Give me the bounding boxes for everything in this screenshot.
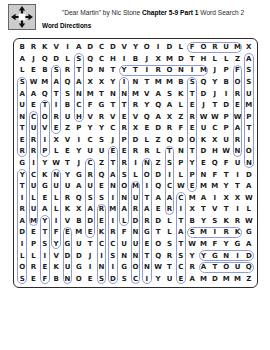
grid-cell: T	[209, 261, 220, 273]
grid-cell: T	[50, 88, 61, 100]
grid-cell: J	[209, 88, 220, 100]
grid-cell: A	[39, 203, 50, 215]
grid-cell: R	[28, 42, 39, 54]
grid-cell: X	[73, 203, 84, 215]
grid-cell: Y	[220, 180, 231, 192]
grid-cell: M	[84, 88, 95, 100]
grid-cell: W	[50, 157, 61, 169]
grid-cell: D	[164, 42, 175, 54]
grid-cell: L	[130, 169, 141, 181]
grid-cell: I	[118, 76, 129, 88]
grid-cell: V	[209, 203, 220, 215]
grid-cell: Q	[39, 88, 50, 100]
grid-cell: R	[152, 65, 163, 77]
grid-cell: V	[50, 42, 61, 54]
grid-cell: L	[50, 203, 61, 215]
grid-cell: G	[96, 99, 107, 111]
grid-cell: L	[164, 227, 175, 239]
grid-cell: A	[118, 203, 129, 215]
grid-cell: R	[232, 88, 243, 100]
grid-cell: X	[209, 134, 220, 146]
grid-cell: O	[130, 261, 141, 273]
grid-cell: B	[186, 215, 197, 227]
grid-cell: U	[17, 99, 28, 111]
grid-cell: E	[96, 180, 107, 192]
grid-cell: B	[50, 273, 61, 285]
grid-cell: R	[220, 227, 231, 239]
grid-cell: A	[198, 261, 209, 273]
grid-cell: I	[186, 65, 197, 77]
grid-cell: F	[39, 273, 50, 285]
grid-cell: A	[175, 227, 186, 239]
grid-cell: P	[243, 111, 254, 123]
grid-cell: Z	[96, 157, 107, 169]
grid-cell: R	[164, 203, 175, 215]
grid-cell: O	[243, 146, 254, 158]
grid-cell: F	[84, 99, 95, 111]
grid-cell: X	[50, 134, 61, 146]
grid-cell: R	[232, 134, 243, 146]
grid-cell: T	[39, 227, 50, 239]
grid-cell: U	[73, 238, 84, 250]
grid-cell: T	[96, 88, 107, 100]
grid-cell: I	[164, 169, 175, 181]
grid-cell: E	[186, 180, 197, 192]
grid-cell: N	[198, 169, 209, 181]
grid-cell: D	[50, 53, 61, 65]
grid-cell: O	[73, 273, 84, 285]
grid-cell: A	[243, 238, 254, 250]
grid-cell: Y	[141, 99, 152, 111]
grid-cell: D	[130, 215, 141, 227]
grid-cell: T	[107, 157, 118, 169]
grid-cell: X	[96, 76, 107, 88]
grid-cell: F	[209, 169, 220, 181]
grid-cell: R	[62, 65, 73, 77]
grid-cell: S	[118, 169, 129, 181]
grid-cell: S	[164, 157, 175, 169]
grid-cell: S	[73, 53, 84, 65]
grid-cell: J	[141, 53, 152, 65]
grid-cell: Q	[152, 180, 163, 192]
grid-cell: I	[39, 250, 50, 262]
grid-cell: Y	[84, 122, 95, 134]
grid-cell: R	[130, 99, 141, 111]
grid-cell: N	[17, 111, 28, 123]
grid-cell: Q	[152, 99, 163, 111]
grid-cell: L	[209, 53, 220, 65]
grid-cell: Y	[220, 238, 231, 250]
grid-cell: M	[198, 273, 209, 285]
grid-cell: E	[175, 273, 186, 285]
grid-cell: H	[198, 53, 209, 65]
grid-cell: W	[243, 192, 254, 204]
grid-cell: N	[130, 250, 141, 262]
grid-cell: L	[175, 99, 186, 111]
grid-cell: S	[186, 76, 197, 88]
grid-cell: D	[107, 273, 118, 285]
grid-cell: T	[209, 99, 220, 111]
grid-cell: L	[50, 146, 61, 158]
grid-cell: A	[107, 169, 118, 181]
grid-cell: C	[164, 180, 175, 192]
grid-cell: N	[118, 250, 129, 262]
grid-cell: R	[50, 111, 61, 123]
grid-cell: M	[107, 203, 118, 215]
grid-cell: S	[164, 88, 175, 100]
grid-cell: M	[220, 273, 231, 285]
grid-cell: C	[175, 261, 186, 273]
grid-cell: D	[175, 134, 186, 146]
grid-cell: T	[62, 157, 73, 169]
grid-cell: F	[232, 65, 243, 77]
grid-cell: A	[186, 273, 197, 285]
grid-cell: E	[50, 122, 61, 134]
grid-cell: L	[152, 146, 163, 158]
grid-cell: N	[175, 65, 186, 77]
grid-cell: R	[28, 146, 39, 158]
grid-cell: E	[84, 227, 95, 239]
grid-cell: D	[175, 53, 186, 65]
grid-cell: E	[96, 215, 107, 227]
grid-cell: P	[220, 111, 231, 123]
grid-cell: Z	[175, 111, 186, 123]
grid-cell: R	[164, 122, 175, 134]
grid-cell: M	[152, 76, 163, 88]
grid-cell: D	[84, 65, 95, 77]
grid-cell: A	[198, 192, 209, 204]
grid-cell: M	[198, 180, 209, 192]
grid-cell: K	[198, 134, 209, 146]
grid-cell: T	[175, 215, 186, 227]
grid-cell: P	[73, 122, 84, 134]
grid-cell: S	[17, 76, 28, 88]
grid-cell: U	[118, 238, 129, 250]
grid-cell: E	[232, 99, 243, 111]
grid-cell: M	[28, 215, 39, 227]
grid-cell: T	[141, 250, 152, 262]
grid-cell: E	[152, 203, 163, 215]
grid-cell: A	[73, 76, 84, 88]
grid-cell: Z	[243, 273, 254, 285]
grid-cell: S	[118, 273, 129, 285]
grid-cell: F	[50, 227, 61, 239]
grid-cell: P	[220, 122, 231, 134]
grid-cell: D	[73, 250, 84, 262]
grid-cell: A	[152, 111, 163, 123]
grid-cell: Q	[209, 157, 220, 169]
grid-cell: G	[232, 238, 243, 250]
grid-cell: E	[62, 227, 73, 239]
grid-cell: A	[243, 53, 254, 65]
grid-cell: U	[96, 146, 107, 158]
grid-cell: S	[243, 76, 254, 88]
grid-cell: K	[62, 203, 73, 215]
grid-cell: D	[152, 169, 163, 181]
grid-cell: O	[141, 42, 152, 54]
grid-cell: Q	[141, 111, 152, 123]
grid-cell: B	[62, 99, 73, 111]
grid-cell: C	[107, 122, 118, 134]
grid-cell: O	[17, 261, 28, 273]
grid-cell: B	[175, 76, 186, 88]
grid-cell: T	[186, 88, 197, 100]
grid-cell: M	[232, 42, 243, 54]
grid-cell: I	[96, 250, 107, 262]
grid-cell: I	[107, 261, 118, 273]
grid-cell: B	[73, 215, 84, 227]
grid-cell: E	[62, 146, 73, 158]
grid-cell: N	[62, 273, 73, 285]
grid-cell: C	[84, 157, 95, 169]
grid-cell: Y	[107, 76, 118, 88]
grid-cell: U	[130, 238, 141, 250]
grid-cell: K	[39, 169, 50, 181]
grid-cell: I	[220, 88, 231, 100]
grid-cell: T	[107, 99, 118, 111]
grid-cell: E	[186, 122, 197, 134]
grid-cell: E	[39, 192, 50, 204]
grid-cell: U	[84, 146, 95, 158]
grid-cell: P	[175, 157, 186, 169]
grid-cell: R	[107, 227, 118, 239]
grid-cell: S	[96, 192, 107, 204]
grid-cell: I	[152, 42, 163, 54]
grid-cell: I	[232, 250, 243, 262]
grid-cell: M	[209, 180, 220, 192]
grid-cell: U	[243, 88, 254, 100]
word-directions-label: Word Directions	[42, 22, 91, 29]
grid-cell: I	[39, 134, 50, 146]
grid-cell: A	[232, 122, 243, 134]
grid-cell: N	[96, 261, 107, 273]
grid-cell: G	[243, 227, 254, 239]
grid-cell: I	[73, 134, 84, 146]
grid-cell: W	[152, 261, 163, 273]
grid-cell: T	[220, 203, 231, 215]
grid-cell: P	[186, 169, 197, 181]
grid-cell: W	[232, 111, 243, 123]
grid-cell: C	[175, 192, 186, 204]
four-direction-arrows-icon	[8, 4, 36, 30]
grid-cell: Y	[198, 250, 209, 262]
grid-cell: D	[243, 169, 254, 181]
grid-cell: Q	[96, 169, 107, 181]
grid-cell: K	[39, 42, 50, 54]
grid-cell: T	[84, 238, 95, 250]
grid-cell: Q	[39, 53, 50, 65]
grid-cell: R	[84, 169, 95, 181]
grid-cell: J	[73, 157, 84, 169]
grid-cell: V	[141, 88, 152, 100]
grid-cell: I	[50, 99, 61, 111]
grid-cell: H	[107, 53, 118, 65]
grid-cell: I	[141, 273, 152, 285]
grid-cell: S	[96, 273, 107, 285]
grid-cell: N	[50, 169, 61, 181]
grid-cell: Y	[73, 146, 84, 158]
grid-cell: Y	[198, 215, 209, 227]
grid-cell: A	[28, 88, 39, 100]
grid-cell: U	[232, 261, 243, 273]
grid-cell: C	[107, 238, 118, 250]
grid-cell: E	[198, 157, 209, 169]
grid-cell: R	[17, 146, 28, 158]
grid-cell: I	[175, 203, 186, 215]
grid-cell: O	[186, 134, 197, 146]
grid-cell: M	[130, 88, 141, 100]
grid-cell: S	[39, 238, 50, 250]
grid-cell: M	[186, 192, 197, 204]
grid-cell: S	[96, 134, 107, 146]
grid-cell: J	[28, 53, 39, 65]
grid-cell: M	[164, 76, 175, 88]
grid-cell: Z	[232, 53, 243, 65]
grid-cell: U	[50, 180, 61, 192]
grid-cell: E	[118, 111, 129, 123]
grid-cell: F	[186, 42, 197, 54]
grid-cell: L	[175, 169, 186, 181]
grid-cell: V	[62, 134, 73, 146]
grid-cell: I	[209, 227, 220, 239]
grid-cell: R	[118, 157, 129, 169]
grid-cell: R	[28, 134, 39, 146]
grid-cell: U	[232, 157, 243, 169]
grid-cell: E	[84, 273, 95, 285]
grid-cell: H	[209, 146, 220, 158]
grid-cell: O	[198, 42, 209, 54]
grid-cell: D	[84, 215, 95, 227]
grid-cell: H	[73, 111, 84, 123]
grid-cell: N	[141, 157, 152, 169]
grid-cell: X	[232, 192, 243, 204]
grid-cell: L	[164, 215, 175, 227]
grid-cell: C	[28, 111, 39, 123]
grid-cell: O	[220, 261, 231, 273]
grid-cell: I	[62, 42, 73, 54]
grid-cell: A	[141, 203, 152, 215]
grid-cell: M	[232, 273, 243, 285]
grid-cell: T	[141, 76, 152, 88]
grid-cell: I	[107, 215, 118, 227]
grid-cell: U	[164, 273, 175, 285]
grid-cell: D	[198, 88, 209, 100]
grid-cell: P	[220, 65, 231, 77]
grid-cell: V	[39, 122, 50, 134]
grid-cell: R	[141, 146, 152, 158]
grid-cell: S	[164, 238, 175, 250]
grid-cell: Q	[152, 250, 163, 262]
grid-cell: Y	[209, 76, 220, 88]
grid-cell: N	[96, 65, 107, 77]
grid-cell: G	[39, 180, 50, 192]
letter-grid: BRKVIADCDVYOIDLFORUMXAJQDLSQCHIBJXMDTHLL…	[17, 42, 255, 285]
grid-cell: P	[39, 146, 50, 158]
grid-cell: A	[164, 192, 175, 204]
grid-cell: D	[62, 250, 73, 262]
grid-cell: U	[62, 111, 73, 123]
grid-cell: I	[141, 65, 152, 77]
grid-cell: U	[62, 180, 73, 192]
grid-cell: L	[118, 215, 129, 227]
grid-cell: A	[17, 53, 28, 65]
grid-cell: L	[28, 250, 39, 262]
grid-cell: A	[164, 99, 175, 111]
grid-cell: F	[209, 238, 220, 250]
grid-cell: C	[28, 169, 39, 181]
grid-cell: Q	[84, 53, 95, 65]
grid-cell: B	[220, 76, 231, 88]
grid-cell: G	[118, 261, 129, 273]
grid-cell: R	[96, 203, 107, 215]
grid-cell: R	[209, 42, 220, 54]
grid-cell: A	[50, 76, 61, 88]
grid-cell: Q	[62, 76, 73, 88]
grid-cell: G	[62, 238, 73, 250]
grid-cell: R	[130, 146, 141, 158]
grid-cell: N	[107, 180, 118, 192]
grid-cell: U	[84, 180, 95, 192]
grid-cell: E	[107, 146, 118, 158]
grid-cell: O	[232, 76, 243, 88]
grid-cell: B	[17, 42, 28, 54]
grid-cell: A	[152, 88, 163, 100]
grid-cell: K	[232, 227, 243, 239]
grid-cell: T	[175, 238, 186, 250]
grid-cell: D	[130, 134, 141, 146]
grid-cell: E	[186, 99, 197, 111]
grid-cell: X	[130, 122, 141, 134]
grid-cell: V	[62, 215, 73, 227]
grid-cell: C	[209, 122, 220, 134]
grid-cell: T	[164, 146, 175, 158]
grid-cell: T	[17, 180, 28, 192]
grid-cell: E	[28, 273, 39, 285]
grid-cell: R	[186, 111, 197, 123]
grid-cell: Y	[118, 65, 129, 77]
grid-cell: O	[164, 65, 175, 77]
grid-cell: C	[96, 53, 107, 65]
grid-cell: T	[107, 65, 118, 77]
grid-cell: X	[220, 192, 231, 204]
grid-cell: D	[243, 250, 254, 262]
grid-cell: J	[84, 250, 95, 262]
grid-cell: M	[198, 238, 209, 250]
grid-cell: B	[39, 65, 50, 77]
grid-cell: W	[28, 76, 39, 88]
grid-cell: T	[186, 146, 197, 158]
grid-cell: J	[198, 99, 209, 111]
grid-cell: R	[28, 261, 39, 273]
grid-cell: M	[130, 180, 141, 192]
grid-cell: N	[118, 88, 129, 100]
grid-cell: Y	[130, 42, 141, 54]
grid-cell: I	[130, 157, 141, 169]
grid-cell: A	[17, 215, 28, 227]
grid-cell: T	[198, 203, 209, 215]
grid-cell: T	[220, 169, 231, 181]
grid-cell: F	[118, 227, 129, 239]
grid-cell: R	[232, 215, 243, 227]
grid-cell: L	[243, 203, 254, 215]
grid-cell: U	[220, 42, 231, 54]
grid-cell: L	[220, 53, 231, 65]
grid-cell: S	[186, 227, 197, 239]
grid-cell: N	[232, 146, 243, 158]
grid-cell: E	[17, 134, 28, 146]
grid-cell: E	[28, 99, 39, 111]
page-title: "Dear Martin" by Nic Stone Chapter 5-9 P…	[40, 9, 266, 17]
